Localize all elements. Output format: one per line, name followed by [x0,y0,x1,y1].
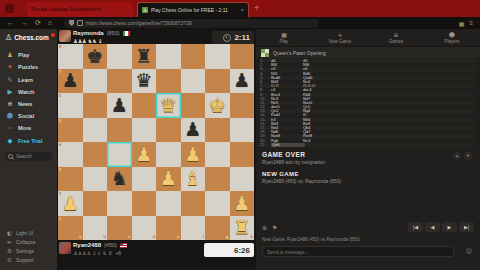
file-label: f [203,235,204,239]
white-pawn-e3[interactable]: ♟ [156,167,181,192]
players-tab-icon: ☻ [449,32,455,38]
thumbs-down-icon[interactable]: ▼ [464,152,472,160]
games-tab-icon: ≡ [393,32,398,38]
rank-label: 3 [59,168,61,172]
black-move[interactable]: Nc3 [303,139,335,143]
sidebar-footer-settings[interactable]: ⚙Settings [6,248,35,254]
url-text: https://www.chess.com/game/live/73930873… [86,20,192,26]
square-d8[interactable]: ♜ [132,44,157,69]
clock-icon [223,34,231,42]
black-pawn-c6[interactable]: ♟ [107,93,132,118]
square-d3[interactable] [132,167,157,192]
square-h5[interactable] [230,118,255,143]
sidebar-item-watch[interactable]: ▶ Watch [0,84,57,96]
rank-label: 6 [59,94,61,98]
move-list: 1. d4 d52. Bf4 Nf63. e3 e64. Nf3 Bd65. B… [256,58,480,147]
black-clock: 2:11 [212,31,254,44]
notification-badge [51,33,55,37]
square-e6[interactable]: ♛ [156,93,181,118]
square-c3[interactable]: ♞ [107,167,132,192]
square-e5[interactable] [156,118,181,143]
square-b4[interactable] [83,142,108,167]
white-pawn-h2[interactable]: ♟ [230,191,255,216]
white-pawn-a2[interactable]: ♟ [58,191,83,216]
sidebar-footer-support[interactable]: ✆Support [6,257,35,263]
browser-tab-1[interactable]: Rumba Gateway Entertainment [27,2,133,17]
file-label: e [177,235,179,239]
square-a2[interactable]: 2♟ [58,191,83,216]
menu-icon[interactable]: ≡ [469,20,473,27]
square-h8[interactable] [230,44,255,69]
panel-tab-players[interactable]: ☻ Players [424,29,480,46]
lock-icon [77,20,83,26]
learn-icon: ✎ [6,76,14,84]
first-move-button[interactable]: |◀ [408,222,423,232]
back-icon[interactable]: ← [7,17,14,29]
square-g2[interactable] [205,191,230,216]
rank-label: 5 [59,119,61,123]
watch-icon: ▶ [6,88,14,96]
square-c6[interactable]: ♟ [107,93,132,118]
chess-board: 8♚♜7♟♛♟6♟♛♚5♟4♟♟3♞♟♝2♟♟1abcdefgh♜ [58,44,254,240]
logo-text: Chess.com [14,34,49,41]
black-king-b8[interactable]: ♚ [83,44,108,69]
white-pawn-f4[interactable]: ♟ [181,142,206,167]
square-d1[interactable]: d [132,216,157,241]
white-clock: 6:26 [204,243,254,257]
support-icon: ✆ [6,257,13,263]
sidebar-item-label: Social [18,113,34,119]
new-game-players: Ryan2488 (450) vs. Raymonda (850) [262,179,474,184]
square-c5[interactable] [107,118,132,143]
square-f7[interactable] [181,69,206,94]
panel-tab-play[interactable]: ▦ Play [256,29,312,46]
new-game-tab-icon: + [337,32,342,38]
square-c7[interactable] [107,69,132,94]
chat-log-line: New Game: Ryan2488 (450) vs Raymonda (85… [262,237,360,242]
sidebar: ♙ Chess.com ♟ Play✦ Puzzles✎ Learn▶ Watc… [0,29,57,270]
opening-row[interactable]: Queen's Pawn Opening [256,47,480,58]
chesscom-favicon: ♙ [142,7,148,13]
square-g3[interactable] [205,167,230,192]
light-ui-icon: ◐ [6,230,13,236]
rank-label: 4 [59,143,61,147]
square-a8[interactable]: 8 [58,44,83,69]
sidebar-item-label: Play [18,52,29,58]
more-icon: ⋯ [6,124,14,132]
avatar-black-player[interactable] [59,30,71,42]
square-c2[interactable] [107,191,132,216]
square-h6[interactable] [230,93,255,118]
play-icon: ♟ [6,51,14,59]
screen: Rumba Gateway Entertainment ♙ Play Chess… [0,0,480,270]
emoji-icon[interactable]: ☺ [466,247,472,254]
square-b8[interactable]: ♚ [83,44,108,69]
black-player-rating: (850) [107,30,120,36]
puzzles-icon: ✦ [6,63,14,71]
square-b7[interactable] [83,69,108,94]
home-icon[interactable]: ⌂ [48,17,52,29]
white-bishop-f3[interactable]: ♝ [181,167,206,192]
square-h2[interactable]: ♟ [230,191,255,216]
square-f5[interactable]: ♟ [181,118,206,143]
square-g5[interactable] [205,118,230,143]
flag-italy-icon [123,31,130,36]
collapse-icon: ⇤ [6,239,13,245]
square-b5[interactable] [83,118,108,143]
file-label: d [153,235,155,239]
black-pawn-f5[interactable]: ♟ [181,118,206,143]
square-h7[interactable]: ♟ [230,69,255,94]
square-b6[interactable] [83,93,108,118]
play-tab-icon: ▦ [281,32,287,38]
square-h3[interactable] [230,167,255,192]
square-a5[interactable]: 5 [58,118,83,143]
square-g6[interactable]: ♚ [205,93,230,118]
new-game-title: NEW GAME [262,171,474,177]
square-g8[interactable] [205,44,230,69]
square-f6[interactable] [181,93,206,118]
search-placeholder: Search [16,153,32,159]
avatar-white-player[interactable] [59,242,71,254]
black-queen-d7[interactable]: ♛ [132,69,157,94]
square-a3[interactable]: 3 [58,167,83,192]
plus-icon[interactable]: ⊕ [262,224,267,231]
square-e1[interactable]: e [156,216,181,241]
square-g7[interactable] [205,69,230,94]
shield-icon [69,20,74,26]
square-b2[interactable] [83,191,108,216]
file-label: g [226,235,228,239]
file-label: a [79,235,81,239]
sidebar-footer-collapse[interactable]: ⇤Collapse [6,239,35,245]
sidebar-item-more[interactable]: ⋯ More [0,120,57,132]
white-queen-e6[interactable]: ♛ [156,93,181,118]
sidebar-search-input[interactable]: Search [5,152,52,161]
square-c1[interactable]: c [107,216,132,241]
tab-close-icon[interactable]: × [240,7,244,13]
new-game-section: NEW GAME Ryan2488 (450) vs. Raymonda (85… [256,165,480,184]
white-player-name[interactable]: Ryan2488 [73,242,101,248]
black-pawn-a7[interactable]: ♟ [58,69,83,94]
sidebar-item-label: News [18,101,32,107]
extensions-icon[interactable]: ▦ [459,20,465,27]
sidebar-item-label: Puzzles [18,64,38,70]
square-d6[interactable] [132,93,157,118]
sidebar-item-label: More [18,125,31,131]
sidebar-item-social[interactable]: ☻ Social [0,108,57,120]
square-d5[interactable] [132,118,157,143]
square-b1[interactable]: b [83,216,108,241]
thumbs-up-icon[interactable]: ▲ [453,152,461,160]
panel-tab-new-game[interactable]: + New Game [312,29,368,46]
white-king-g6[interactable]: ♚ [205,93,230,118]
sidebar-footer-light-ui[interactable]: ◐Light UI [6,230,35,236]
captured-by-white: ♟♟♟♟ ♝♝ ♞ ♜ +6 [73,250,121,256]
material-advantage: +6 [115,250,121,256]
square-g1[interactable]: g [205,216,230,241]
window-icon [5,4,14,13]
square-a7[interactable]: 7♟ [58,69,83,94]
file-label: b [104,235,106,239]
flag-usa-icon [120,243,127,248]
url-bar[interactable]: https://www.chess.com/game/live/73930873… [64,19,319,28]
black-pawn-h7[interactable]: ♟ [230,69,255,94]
game-panel: ▦ Play+ New Game≡ Games☻ Players Queen's… [256,29,480,270]
panel-toolbar: ⊕ ⚑ |◀◀▶▶| [262,222,474,232]
panel-tab-games[interactable]: ≡ Games [368,29,424,46]
captured-pieces: ♟♟♟♟ ♝♝ ♞ ♜ [73,250,112,256]
sidebar-item-puzzles[interactable]: ✦ Puzzles [0,59,57,71]
square-c4[interactable] [107,142,132,167]
square-f3[interactable]: ♝ [181,167,206,192]
square-a6[interactable]: 6 [58,93,83,118]
sidebar-item-news[interactable]: ≣ News [0,96,57,108]
last-move-button[interactable]: ▶| [459,222,474,232]
browser-navbar: ← → ⟳ ⌂ https://www.chess.com/game/live/… [0,17,480,29]
game-over-title: GAME OVER [262,151,474,158]
square-d4[interactable]: ♟ [132,142,157,167]
game-over-section: GAME OVER Ryan2488 won by resignation ▲ … [256,147,480,165]
square-e2[interactable] [156,191,181,216]
search-icon [8,154,13,159]
news-icon: ≣ [6,100,14,108]
black-clock-time: 2:11 [234,33,250,42]
white-rook-h1[interactable]: ♜ [230,216,255,241]
free trial-icon: ◆ [6,137,14,145]
black-knight-c3[interactable]: ♞ [107,167,132,192]
white-player-rating: (450) [104,242,117,248]
square-f8[interactable] [181,44,206,69]
square-d2[interactable] [132,191,157,216]
prev-move-button[interactable]: ◀ [425,222,440,232]
square-f1[interactable]: f [181,216,206,241]
game-over-result: Ryan2488 won by resignation [262,160,474,165]
square-b3[interactable] [83,167,108,192]
black-player-name[interactable]: Raymonda [73,30,104,36]
sidebar-item-free-trial[interactable]: ◆ Free Trial [0,132,57,144]
square-f4[interactable]: ♟ [181,142,206,167]
browser-tab-2-active[interactable]: ♙ Play Chess Online for FREE - 2:11 × [137,2,249,17]
reload-icon[interactable]: ⟳ [35,17,41,29]
black-rook-d8[interactable]: ♜ [132,44,157,69]
square-a4[interactable]: 4 [58,142,83,167]
square-d7[interactable]: ♛ [132,69,157,94]
square-e7[interactable] [156,69,181,94]
flag-icon[interactable]: ⚑ [272,224,277,231]
white-pawn-d4[interactable]: ♟ [132,142,157,167]
sidebar-item-play[interactable]: ♟ Play [0,47,57,59]
square-f2[interactable] [181,191,206,216]
rank-label: 8 [59,45,61,49]
square-e8[interactable] [156,44,181,69]
square-a1[interactable]: 1a [58,216,83,241]
forward-icon[interactable]: → [21,17,28,29]
rank-label: 1 [59,217,61,221]
chesscom-logo[interactable]: ♙ Chess.com [0,29,57,42]
captured-by-black: ♟♟♟ ♞♞ ♝ [73,38,102,44]
opening-name: Queen's Pawn Opening [273,50,326,56]
tab-title: Play Chess Online for FREE - 2:11 [151,7,228,13]
square-c8[interactable] [107,44,132,69]
square-g4[interactable] [205,142,230,167]
logo-pawn-icon: ♙ [5,33,12,42]
sidebar-item-label: Watch [18,89,34,95]
square-e4[interactable] [156,142,181,167]
opening-thumbnail [261,49,269,57]
sidebar-item-label: Learn [18,77,33,83]
white-clock-time: 6:26 [234,246,250,255]
social-icon: ☻ [6,112,14,120]
new-tab-button[interactable]: + [254,3,259,13]
square-h1[interactable]: h♜ [230,216,255,241]
file-label: c [128,235,130,239]
settings-icon: ⚙ [6,248,13,254]
square-e3[interactable]: ♟ [156,167,181,192]
chat-input[interactable] [262,246,454,257]
sidebar-item-learn[interactable]: ✎ Learn [0,71,57,83]
sidebar-item-label: Free Trial [18,138,42,144]
browser-titlebar: Rumba Gateway Entertainment ♙ Play Chess… [0,0,480,17]
next-move-button[interactable]: ▶ [442,222,457,232]
square-h4[interactable] [230,142,255,167]
